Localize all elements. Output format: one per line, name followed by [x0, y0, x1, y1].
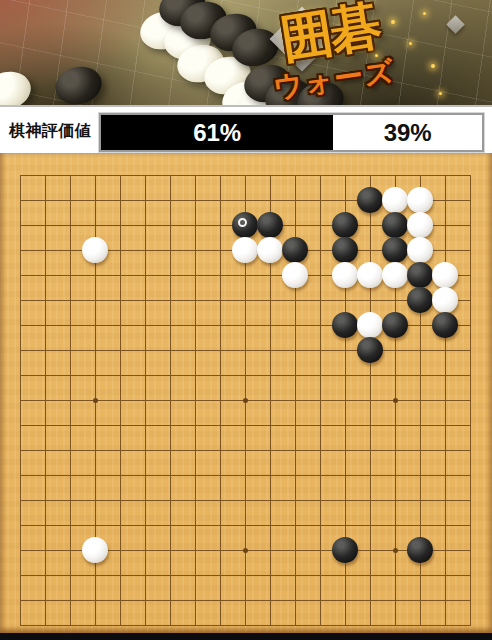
black-stone [257, 212, 283, 238]
white-stone [282, 262, 308, 288]
black-stone [407, 537, 433, 563]
eval-white-percent: 39% [384, 119, 432, 147]
white-stone [257, 237, 283, 263]
white-stone [82, 537, 108, 563]
sparkle [439, 92, 442, 95]
black-stone [357, 187, 383, 213]
black-stone [407, 262, 433, 288]
white-stone [432, 287, 458, 313]
eval-black-segment: 61% [101, 115, 333, 150]
bottom-bar [0, 633, 492, 640]
black-stone [332, 212, 358, 238]
header-photo: 囲碁 ウォーズ [0, 0, 492, 105]
star-point [243, 398, 248, 403]
sparkle [391, 20, 395, 24]
sparkle [423, 12, 426, 15]
star-point [93, 398, 98, 403]
white-stone [357, 312, 383, 338]
star-point [393, 548, 398, 553]
black-stone [382, 312, 408, 338]
star-point [393, 398, 398, 403]
go-board[interactable] [0, 153, 492, 633]
black-stone [332, 312, 358, 338]
white-stone [407, 187, 433, 213]
white-stone [332, 262, 358, 288]
eval-bar: 61% 39% [99, 113, 484, 152]
sparkle [431, 64, 435, 68]
app-logo: 囲碁 ウォーズ [271, 2, 486, 104]
logo-diamond-small [446, 15, 464, 33]
black-stone [407, 287, 433, 313]
white-stone [82, 237, 108, 263]
black-stone [332, 537, 358, 563]
last-move-marker [238, 218, 247, 227]
sparkle [409, 42, 412, 45]
white-stone [407, 237, 433, 263]
eval-black-percent: 61% [193, 119, 241, 147]
black-stone [357, 337, 383, 363]
white-stone [357, 262, 383, 288]
white-stone [382, 187, 408, 213]
black-stone [382, 237, 408, 263]
eval-label: 棋神評価値 [9, 107, 92, 155]
sparkle [375, 54, 378, 57]
white-stone [232, 237, 258, 263]
black-stone [282, 237, 308, 263]
black-stone [332, 237, 358, 263]
app-screen: 囲碁 ウォーズ 棋神評価値 61% 39% [0, 0, 492, 640]
black-stone [432, 312, 458, 338]
white-stone [407, 212, 433, 238]
white-stone [432, 262, 458, 288]
eval-white-segment: 39% [333, 115, 482, 150]
black-stone [382, 212, 408, 238]
evaluation-panel: 棋神評価値 61% 39% [0, 105, 492, 153]
black-stone [232, 212, 258, 238]
star-point [243, 548, 248, 553]
white-stone [382, 262, 408, 288]
